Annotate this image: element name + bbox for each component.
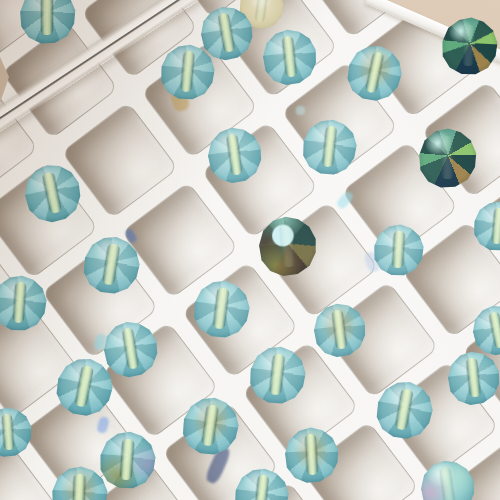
crystal-bead [255,213,320,278]
bead-layer [0,0,500,500]
crystal-bead [99,317,163,381]
crystal-bead [444,348,500,407]
crystal-bead [0,405,35,458]
crystal-bead [310,300,370,360]
crystal-bead [371,376,438,443]
crystal-bead [190,277,255,342]
bead-tray-photo [0,0,500,500]
crystal-bead [19,0,77,44]
crystal-bead [19,159,88,228]
crystal-bead [440,16,500,77]
crystal-bead [372,223,427,278]
crystal-bead [259,26,321,88]
crystal-bead [418,128,478,188]
crystal-bead [79,232,145,298]
crystal-bead [246,343,310,407]
crystal-bead [97,429,159,491]
crystal-bead [342,40,408,106]
crystal-bead [468,301,500,360]
crystal-bead [283,426,342,485]
crystal-bead [416,456,479,500]
crystal-bead [0,273,50,333]
crystal-bead [471,199,500,253]
crystal-bead [203,123,266,186]
crystal-bead [299,116,361,178]
crystal-bead [178,393,244,459]
crystal-bead [231,465,293,500]
